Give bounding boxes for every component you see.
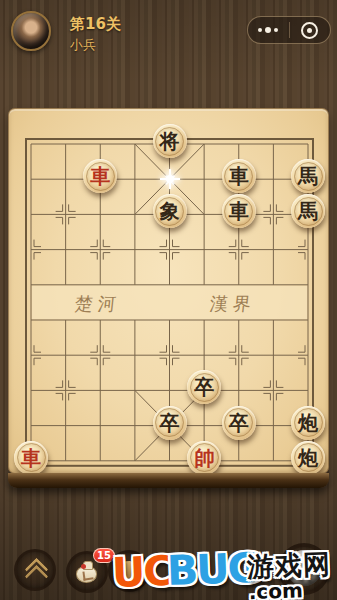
piece-character: 象 [160, 201, 180, 221]
piece-red-r9c0[interactable]: 車 [14, 441, 48, 475]
piece-black-r8c6[interactable]: 卒 [222, 406, 256, 440]
piece-black-r8c8[interactable]: 炮 [291, 406, 325, 440]
piece-character: 馬 [298, 166, 318, 186]
player-avatar[interactable] [11, 11, 51, 51]
piece-character: 炮 [298, 413, 318, 433]
close-miniprogram-button[interactable] [290, 17, 331, 43]
piece-character: 卒 [160, 413, 180, 433]
stone-orb-icon [286, 550, 322, 586]
piece-character: 卒 [194, 377, 214, 397]
river-label-right: 漢界 [209, 292, 258, 316]
dot-icon [274, 28, 278, 32]
xiangqi-board[interactable]: 楚河 漢界 将車車馬象車馬卒卒卒炮車帥炮 [8, 108, 329, 474]
dot-icon [265, 27, 271, 33]
piece-character: 車 [229, 166, 249, 186]
expand-menu-button[interactable] [14, 549, 56, 591]
river-label-left: 楚河 [74, 292, 123, 316]
piece-character: 車 [90, 166, 110, 186]
level-title: 第16关 [70, 15, 121, 34]
piece-black-r8c4[interactable]: 卒 [153, 406, 187, 440]
piece-character: 炮 [298, 448, 318, 468]
piece-black-r1c6[interactable]: 車 [222, 159, 256, 193]
piece-black-r9c8[interactable]: 炮 [291, 441, 325, 475]
hint-bag-button[interactable]: 15 [66, 551, 108, 593]
money-bag-icon [76, 566, 97, 583]
board-wood-edge [8, 473, 329, 488]
app-screen: 第16关 小兵 楚河 漢界 将車車馬象車馬卒卒卒炮車帥炮 15 [0, 0, 337, 600]
circled-dot-icon [301, 22, 318, 39]
piece-character: 卒 [229, 413, 249, 433]
piece-black-r1c8[interactable]: 馬 [291, 159, 325, 193]
piece-character: 将 [160, 131, 180, 151]
piece-character: 馬 [298, 201, 318, 221]
piece-black-r2c4[interactable]: 象 [153, 194, 187, 228]
tool-button[interactable] [108, 550, 150, 592]
wechat-capsule [247, 16, 331, 44]
more-options-button[interactable] [248, 17, 289, 43]
gold-token-icon [123, 561, 133, 579]
piece-black-r0c4[interactable]: 将 [153, 124, 187, 158]
dot-icon [258, 28, 262, 32]
level-subtitle: 小兵 [70, 36, 96, 54]
piece-character: 車 [229, 201, 249, 221]
piece-red-r9c5[interactable]: 帥 [187, 441, 221, 475]
opponent-button[interactable] [278, 543, 330, 595]
piece-character: 帥 [194, 448, 214, 468]
piece-character: 車 [21, 448, 41, 468]
watermark-bug-text: BUG [166, 544, 260, 595]
piece-black-r2c6[interactable]: 車 [222, 194, 256, 228]
